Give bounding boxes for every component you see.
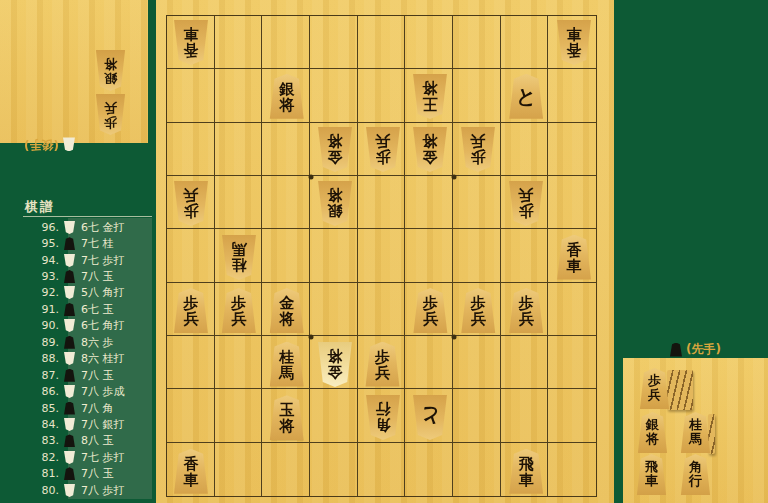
piece-kanji: 歩 [375,349,390,365]
kifu-row[interactable]: 81.7八 玉 [23,466,155,482]
move-side-icon [64,303,75,316]
piece-kanji: 車 [183,472,198,488]
board-cell[interactable] [262,229,310,282]
kifu-row[interactable]: 87.7八 玉 [23,367,155,383]
board-cell[interactable] [501,123,549,176]
sente-hand-tray: 歩兵銀将桂馬飛車角行 [623,358,768,503]
board-cell[interactable] [453,389,501,442]
move-text: 7八 歩打 [81,483,125,498]
piece-kanji: 飛 [645,460,658,474]
move-side-icon [64,402,75,415]
kifu-row[interactable]: 80.7八 歩打 [23,482,155,498]
move-text: 7八 玉 [81,368,114,383]
board-cell[interactable] [358,443,406,496]
board-cell[interactable] [548,283,596,336]
move-side-icon [64,336,75,349]
shogi-piece-桂馬[interactable]: 桂馬 [680,412,711,453]
kifu-underline [23,216,152,217]
piece-kanji: 馬 [231,241,246,257]
piece-kanji: 銀 [646,418,659,432]
piece-kanji: 将 [327,133,342,149]
piece-kanji: 金 [279,295,294,311]
board-cell[interactable] [501,229,549,282]
move-number: 95. [23,237,59,250]
board-cell[interactable] [548,389,596,442]
piece-kanji: 車 [567,258,582,274]
piece-kanji: 金 [327,149,342,165]
piece-kanji: 玉 [279,402,294,418]
piece-kanji: 車 [519,472,534,488]
move-text: 7七 桂 [81,236,114,251]
move-text: 6七 金打 [81,220,125,235]
piece-kanji: 兵 [104,101,117,115]
piece-kanji: 香 [567,242,582,258]
move-side-icon [64,254,75,267]
piece-kanji: 飛 [519,456,534,472]
piece-kanji: 将 [279,97,294,113]
move-text: 6七 角打 [81,318,125,333]
board-cell[interactable] [501,336,549,389]
kifu-row[interactable]: 88.8六 桂打 [23,351,155,367]
move-side-icon [64,286,75,299]
move-text: 7八 玉 [81,269,114,284]
kifu-row[interactable]: 94.7七 歩打 [23,252,155,268]
move-side-icon [64,385,75,398]
move-number: 85. [23,402,59,415]
piece-kanji: 桂 [231,257,246,273]
board-cell[interactable] [501,16,549,69]
board-cell[interactable] [215,443,263,496]
piece-kanji: 桂 [689,418,702,432]
board-cell[interactable] [358,69,406,122]
piece-kanji: 王 [423,96,438,112]
piece-kanji: 香 [183,456,198,472]
piece-kanji: 車 [645,474,658,488]
board-cell[interactable] [215,336,263,389]
piece-kanji: 行 [689,474,702,488]
shogi-piece-銀将[interactable]: 銀将 [637,412,668,453]
move-text: 7七 歩打 [81,253,125,268]
piece-kanji: 歩 [471,295,486,311]
move-side-icon [64,418,75,431]
piece-kanji: 歩 [375,149,390,165]
kifu-row[interactable]: 83.8八 玉 [23,433,155,449]
piece-kanji: 馬 [279,365,294,381]
shogi-app: { "game": "shogi", "colors": { "backgrou… [0,0,768,503]
piece-kanji: 馬 [689,432,702,446]
kifu-row[interactable]: 91.6七 玉 [23,301,155,317]
shogi-piece-飛車[interactable]: 飛車 [636,454,667,495]
piece-kanji: 香 [567,42,582,58]
board-cell[interactable] [453,176,501,229]
piece-kanji: と [420,408,440,428]
sente-piece-icon [670,343,682,357]
shogi-piece-歩兵[interactable]: 歩兵 [95,94,126,135]
shogi-piece-歩兵[interactable]: 歩兵 [639,368,670,409]
piece-kanji: 兵 [183,311,198,327]
move-text: 7八 玉 [81,466,114,481]
move-text: 6七 玉 [81,302,114,317]
board-cell[interactable] [548,336,596,389]
piece-kanji: 角 [375,417,390,433]
gote-label: (後手) [24,136,75,153]
piece-kanji: 兵 [648,388,661,402]
piece-kanji: 兵 [231,311,246,327]
piece-kanji: 兵 [519,187,534,203]
move-text: 5八 角打 [81,285,125,300]
board-cell[interactable] [453,16,501,69]
kifu-title: 棋譜 [25,198,55,216]
board-cell[interactable] [358,283,406,336]
move-text: 7八 角 [81,401,114,416]
board-cell[interactable] [310,283,358,336]
piece-kanji: 将 [423,133,438,149]
board-cell[interactable] [167,336,215,389]
shogi-piece-銀将[interactable]: 銀将 [95,50,126,91]
move-number: 86. [23,385,59,398]
board-cell[interactable] [453,336,501,389]
piece-kanji: 兵 [183,187,198,203]
piece-kanji: 車 [567,26,582,42]
board-cell[interactable] [262,443,310,496]
board-cell[interactable] [405,229,453,282]
board-cell[interactable] [501,389,549,442]
star-point [452,174,457,179]
piece-kanji: 将 [646,432,659,446]
move-side-icon [64,319,75,332]
move-number: 88. [23,352,59,365]
star-point [308,335,313,340]
board-cell[interactable] [167,69,215,122]
piece-kanji: 兵 [423,311,438,327]
board-cell[interactable] [453,443,501,496]
board-cell[interactable] [548,443,596,496]
move-text: 7八 歩成 [81,384,125,399]
kifu-row[interactable]: 85.7八 角 [23,400,155,416]
piece-kanji: 兵 [519,311,534,327]
star-point [308,174,313,179]
kifu-row[interactable]: 86.7八 歩成 [23,383,155,399]
sente-label: (先手) [670,341,721,358]
piece-kanji: 角 [689,460,702,474]
piece-kanji: 銀 [279,81,294,97]
piece-kanji: 銀 [327,203,342,219]
piece-kanji: 兵 [375,133,390,149]
gote-label-text: (後手) [24,136,59,153]
board-cell[interactable] [453,229,501,282]
piece-kanji: 将 [279,418,294,434]
board-cell[interactable] [215,389,263,442]
board-cell[interactable] [262,176,310,229]
board-cell[interactable] [262,16,310,69]
star-point [452,335,457,340]
kifu-row[interactable]: 90.6七 角打 [23,318,155,334]
move-text: 8八 玉 [81,433,114,448]
move-number: 89. [23,336,59,349]
board-cell[interactable] [310,443,358,496]
move-number: 81. [23,467,59,480]
move-side-icon [64,434,75,447]
piece-kanji: 歩 [648,374,661,388]
board-cell[interactable] [453,69,501,122]
piece-kanji: 将 [327,187,342,203]
piece-kanji: 香 [183,42,198,58]
move-number: 96. [23,221,59,234]
board-cell[interactable] [405,443,453,496]
board-cell[interactable] [358,176,406,229]
move-number: 90. [23,319,59,332]
move-number: 82. [23,451,59,464]
shogi-piece-角行[interactable]: 角行 [680,454,711,495]
kifu-row[interactable]: 89.8六 歩 [23,334,155,350]
board-cell[interactable] [548,176,596,229]
piece-kanji: と [516,86,536,106]
board-cell[interactable] [215,123,263,176]
move-number: 83. [23,434,59,447]
move-side-icon [64,369,75,382]
board-cell[interactable] [310,69,358,122]
board-cell[interactable] [215,16,263,69]
move-side-icon [64,484,75,497]
piece-kanji: 兵 [375,365,390,381]
board-cell[interactable] [167,123,215,176]
move-side-icon [64,467,75,480]
piece-kanji: 将 [104,57,117,71]
board-cell[interactable] [167,229,215,282]
board-cell[interactable] [548,123,596,176]
gote-piece-icon [63,138,75,152]
hand-piece-stack [667,370,693,410]
move-text: 8六 桂打 [81,351,125,366]
board-cell[interactable] [405,336,453,389]
piece-kanji: 桂 [279,349,294,365]
move-number: 91. [23,303,59,316]
move-side-icon [64,352,75,365]
move-number: 80. [23,484,59,497]
kifu-row[interactable]: 82.7七 歩打 [23,449,155,465]
piece-kanji: 兵 [471,133,486,149]
move-text: 7七 歩打 [81,450,125,465]
move-number: 87. [23,369,59,382]
piece-kanji: 車 [183,26,198,42]
move-side-icon [64,237,75,250]
move-side-icon [64,451,75,464]
board-cell[interactable] [215,176,263,229]
move-side-icon [64,270,75,283]
shogi-board: 香車香車銀将王将と金将歩兵金将歩兵歩兵銀将歩兵桂馬香車歩兵歩兵金将歩兵歩兵歩兵桂… [156,0,614,503]
piece-kanji: 金 [327,364,342,380]
piece-kanji: 将 [279,311,294,327]
move-text: 7八 銀打 [81,417,125,432]
piece-kanji: 行 [375,401,390,417]
piece-kanji: 歩 [519,295,534,311]
piece-kanji: 将 [423,80,438,96]
board-cell[interactable] [310,389,358,442]
kifu-row[interactable]: 95.7七 桂 [23,235,155,251]
piece-kanji: 銀 [104,71,117,85]
kifu-move-list: 96.6七 金打95.7七 桂94.7七 歩打93.7八 玉92.5八 角打91… [23,219,155,498]
piece-kanji: 将 [327,348,342,364]
board-cell[interactable] [548,69,596,122]
piece-kanji: 歩 [471,149,486,165]
piece-kanji: 金 [423,149,438,165]
move-number: 84. [23,418,59,431]
piece-kanji: 兵 [471,311,486,327]
kifu-row[interactable]: 92.5八 角打 [23,285,155,301]
piece-kanji: 歩 [519,203,534,219]
kifu-row[interactable]: 93.7八 玉 [23,268,155,284]
board-cell[interactable] [310,229,358,282]
move-number: 92. [23,286,59,299]
board-cell[interactable] [405,16,453,69]
board-cell[interactable] [167,389,215,442]
piece-kanji: 歩 [104,115,117,129]
kifu-row[interactable]: 96.6七 金打 [23,219,155,235]
piece-kanji: 歩 [423,295,438,311]
piece-kanji: 歩 [183,203,198,219]
kifu-row[interactable]: 84.7八 銀打 [23,416,155,432]
sente-label-text: (先手) [686,341,721,358]
gote-hand-tray: 銀将歩兵 [0,0,148,143]
board-cell[interactable] [215,69,263,122]
board-cell[interactable] [262,123,310,176]
move-number: 93. [23,270,59,283]
board-cell[interactable] [358,16,406,69]
board-cell[interactable] [405,176,453,229]
piece-kanji: 歩 [231,295,246,311]
board-grid[interactable]: 香車香車銀将王将と金将歩兵金将歩兵歩兵銀将歩兵桂馬香車歩兵歩兵金将歩兵歩兵歩兵桂… [166,15,597,497]
move-side-icon [64,221,75,234]
move-number: 94. [23,254,59,267]
board-cell[interactable] [358,229,406,282]
board-cell[interactable] [310,16,358,69]
move-text: 8六 歩 [81,335,114,350]
piece-kanji: 歩 [183,295,198,311]
